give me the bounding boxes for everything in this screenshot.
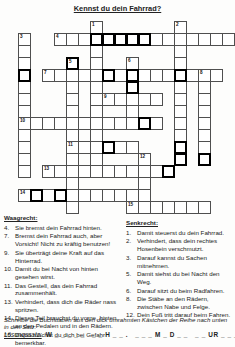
- solution-letter-cell[interactable]: [138, 33, 151, 46]
- clue-text: Damit du bei Nacht von hinten gesehen wi…: [15, 265, 122, 281]
- page-title: Kennst du dein Fahrrad?: [0, 4, 235, 13]
- clue-number: 1: [92, 22, 95, 27]
- clue-number: 12: [140, 154, 145, 159]
- clue-number-label: 6.: [126, 287, 137, 295]
- solution-blanks: W _ _ _ _ _ _ _ H _ _ . _ _ _ M _ D _ _ …: [46, 331, 235, 338]
- clue-number: 2: [176, 22, 179, 27]
- clue-text: Darauf sitzt du beim Radfahren.: [137, 287, 232, 295]
- clue-number: 3: [20, 34, 23, 39]
- grid-cell[interactable]: [150, 93, 163, 106]
- clue-number: 8: [200, 70, 203, 75]
- clue-number-label: 13.: [4, 298, 15, 314]
- solution-letter-cell[interactable]: [138, 117, 151, 130]
- clue-number-label: 4.: [4, 224, 15, 232]
- solution-letter-cell[interactable]: [30, 189, 43, 202]
- down-clue-6: 6.Darauf sitzt du beim Radfahren.: [126, 287, 232, 295]
- grid-cell[interactable]: [198, 201, 211, 214]
- clue-number: 5: [69, 59, 72, 64]
- clue-text: Sie bremst dein Fahrrad hinten.: [15, 224, 122, 232]
- across-clue-9: 9.Sie überträgt deine Kraft auf das Hint…: [4, 249, 122, 265]
- clue-text: Die Stäbe an den Rädern, zwischen Nabe u…: [137, 295, 232, 311]
- solution-letter-cell[interactable]: [102, 141, 115, 154]
- solution-letter-cell[interactable]: [174, 153, 187, 166]
- down-clue-3: 3.Darauf kannst du Sachen mitnehmen.: [126, 254, 232, 270]
- solution-letter-cell[interactable]: [18, 69, 31, 82]
- grid-cell[interactable]: [222, 33, 235, 46]
- down-clue-list: 1.Damit steuerst du dein Fahrrad.2.Verhi…: [126, 229, 232, 319]
- grid-cell[interactable]: [150, 117, 163, 130]
- solution-letter-cell[interactable]: [198, 153, 211, 166]
- clue-number: 7: [44, 70, 47, 75]
- across-heading: Waagrecht:: [4, 214, 122, 222]
- crossword-grid: 123456789101112131415: [18, 21, 235, 214]
- clue-number: 6: [128, 58, 131, 63]
- clue-number-label: 1.: [126, 229, 137, 237]
- clue-number-label: 7.: [4, 232, 15, 248]
- grid-cell[interactable]: [210, 69, 223, 82]
- down-clue-1: 1.Damit steuerst du dein Fahrrad.: [126, 229, 232, 237]
- clue-number: 14: [20, 190, 25, 195]
- solution-letter-cell[interactable]: [102, 69, 115, 82]
- across-clue-4: 4.Sie bremst dein Fahrrad hinten.: [4, 224, 122, 232]
- solution-instruction: Schreibe die Buchstaben aus den dick umr…: [4, 316, 233, 330]
- clue-text: Das Gestell, das dein Fahrrad zusammenhä…: [15, 282, 122, 298]
- across-clue-13: 13.Verhindert, dass dich die Räder nass …: [4, 298, 122, 314]
- clue-text: Verhindert, dass dein rechtes Hosenbein …: [137, 237, 232, 253]
- grid-cell[interactable]: [66, 201, 79, 214]
- across-clue-11: 11.Das Gestell, das dein Fahrrad zusamme…: [4, 282, 122, 298]
- clue-number: 13: [44, 166, 49, 171]
- clue-number: 15: [128, 202, 133, 207]
- clue-text: Darauf kannst du Sachen mitnehmen.: [137, 254, 232, 270]
- clue-number: 10: [20, 118, 25, 123]
- clue-number: 9: [104, 94, 107, 99]
- down-clue-2: 2.Verhindert, dass dein rechtes Hosenbei…: [126, 237, 232, 253]
- solution-letter-cell[interactable]: [126, 81, 139, 94]
- across-clue-7: 7.Bremst dein Fahrrad auch, aber Vorsich…: [4, 232, 122, 248]
- clue-text: Sie überträgt deine Kraft auf das Hinter…: [15, 249, 122, 265]
- solution-letter-cell[interactable]: [162, 165, 175, 178]
- clue-number-label: 8.: [126, 295, 137, 311]
- grid-cell[interactable]: [18, 165, 31, 178]
- clue-text: Verhindert, dass dich die Räder nass spr…: [15, 298, 122, 314]
- down-clue-8: 8.Die Stäbe an den Rädern, zwischen Nabe…: [126, 295, 232, 311]
- across-clue-10: 10.Damit du bei Nacht von hinten gesehen…: [4, 265, 122, 281]
- solution-letter-cell[interactable]: 5: [66, 57, 79, 70]
- clue-number-label: 9.: [4, 249, 15, 265]
- solution-label: Lösungssatz:: [4, 331, 42, 338]
- clue-number-label: 10.: [4, 265, 15, 281]
- solution-letter-cell[interactable]: [54, 189, 67, 202]
- clue-number-label: 3.: [126, 254, 137, 270]
- clue-number-label: 2.: [126, 237, 137, 253]
- worksheet-page: Kennst du dein Fahrrad? 1234567891011121…: [0, 0, 235, 347]
- clue-text: Damit siehst du bei Nacht den Weg.: [137, 270, 232, 286]
- down-clues-section: Senkrecht: 1.Damit steuerst du dein Fahr…: [126, 219, 232, 320]
- solution-letter-cell[interactable]: [174, 69, 187, 82]
- clue-text: Damit steuerst du dein Fahrrad.: [137, 229, 232, 237]
- clue-number: 11: [68, 142, 73, 147]
- down-clue-5: 5.Damit siehst du bei Nacht den Weg.: [126, 270, 232, 286]
- solution-line: Lösungssatz:W _ _ _ _ _ _ _ H _ _ . _ _ …: [4, 331, 233, 338]
- clue-text: Bremst dein Fahrrad auch, aber Vorsicht!…: [15, 232, 122, 248]
- clue-number-label: 5.: [126, 270, 137, 286]
- clue-number-label: 11.: [4, 282, 15, 298]
- down-heading: Senkrecht:: [126, 219, 232, 227]
- clue-number: 4: [56, 34, 59, 39]
